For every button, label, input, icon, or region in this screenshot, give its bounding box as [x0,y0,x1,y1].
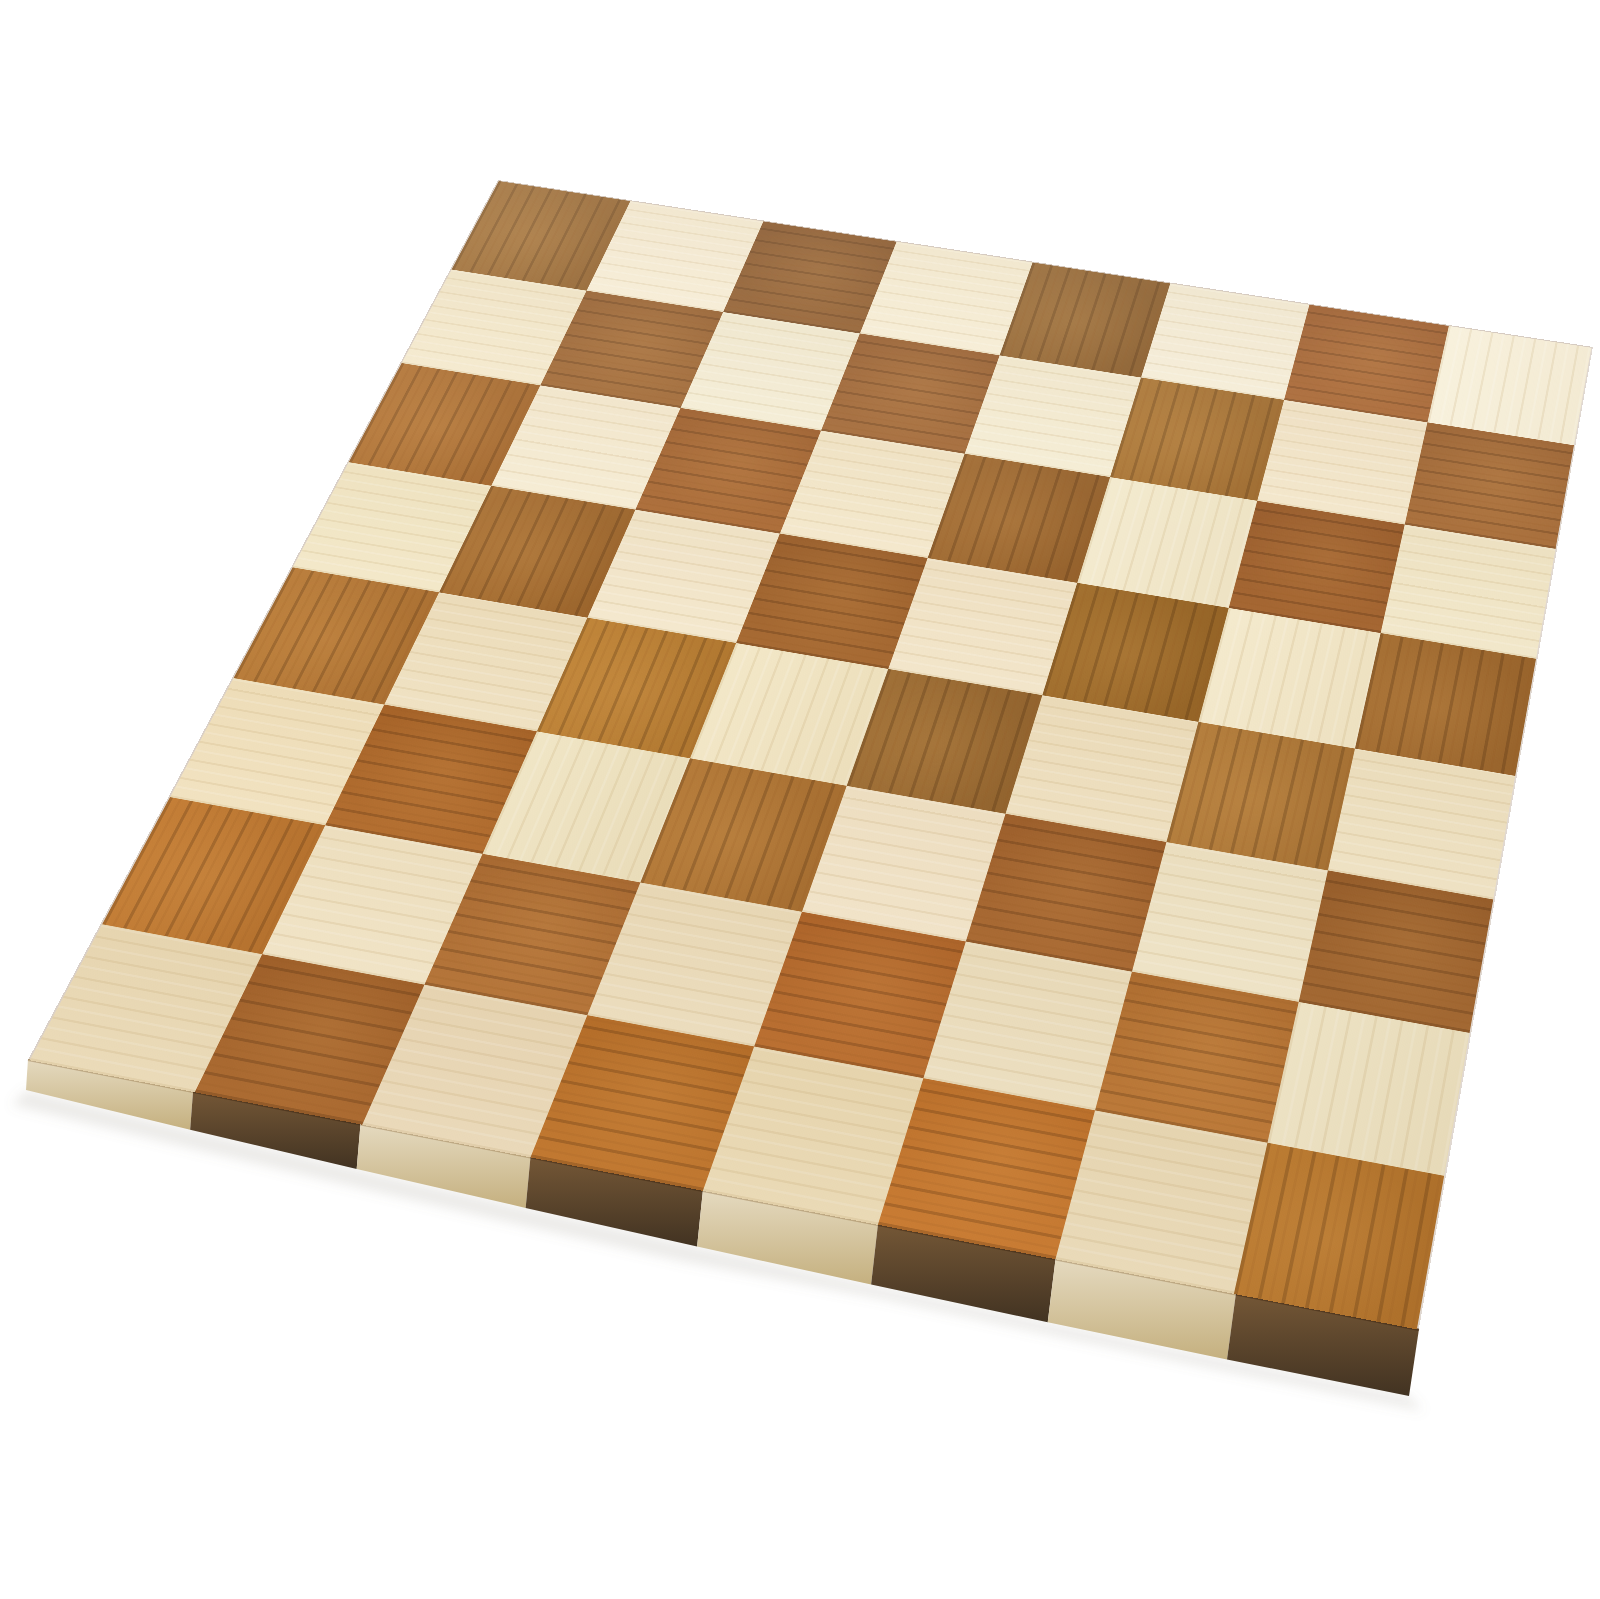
page-background [0,0,1600,1599]
